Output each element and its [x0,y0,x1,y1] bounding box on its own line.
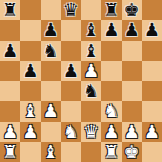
square-c7[interactable]: ♟ [41,20,61,40]
square-c8[interactable] [41,0,61,20]
square-d3[interactable] [61,101,81,121]
square-e2[interactable]: ♛ [81,122,101,142]
square-e5[interactable]: ♟ [81,61,101,81]
white-pawn-piece[interactable]: ♟ [83,61,99,81]
white-bishop-piece[interactable]: ♝ [22,101,38,121]
black-rook-piece[interactable]: ♜ [2,0,18,20]
square-f5[interactable] [101,61,121,81]
square-b1[interactable] [20,142,40,162]
square-h5[interactable] [142,61,162,81]
square-c5[interactable] [41,61,61,81]
square-c1[interactable]: ♝ [41,142,61,162]
square-a2[interactable]: ♟ [0,122,20,142]
white-king-piece[interactable]: ♚ [124,142,140,162]
black-pawn-piece[interactable]: ♟ [2,41,18,61]
black-bishop-piece[interactable]: ♝ [83,41,99,61]
square-a1[interactable]: ♜ [0,142,20,162]
chess-board: ♜♛♜♚♟♝♟♟♟♟♞♝♟♟♟♞♝♟♞♟♟♞♛♟♟♟♜♝♜♚ [0,0,162,162]
square-f1[interactable]: ♜ [101,142,121,162]
square-g3[interactable] [122,101,142,121]
square-c2[interactable] [41,122,61,142]
square-g2[interactable]: ♟ [122,122,142,142]
white-pawn-piece[interactable]: ♟ [124,122,140,142]
square-b8[interactable] [20,0,40,20]
white-queen-piece[interactable]: ♛ [83,122,99,142]
square-h8[interactable] [142,0,162,20]
square-a7[interactable] [0,20,20,40]
black-rook-piece[interactable]: ♜ [103,0,119,20]
square-b5[interactable]: ♟ [20,61,40,81]
black-pawn-piece[interactable]: ♟ [22,61,38,81]
square-f7[interactable]: ♟ [101,20,121,40]
square-g1[interactable]: ♚ [122,142,142,162]
square-a5[interactable] [0,61,20,81]
square-e1[interactable] [81,142,101,162]
square-d7[interactable] [61,20,81,40]
square-h2[interactable]: ♟ [142,122,162,142]
black-bishop-piece[interactable]: ♝ [83,20,99,40]
black-pawn-piece[interactable]: ♟ [144,20,160,40]
black-king-piece[interactable]: ♚ [124,0,140,20]
square-g8[interactable]: ♚ [122,0,142,20]
black-pawn-piece[interactable]: ♟ [43,20,59,40]
white-pawn-piece[interactable]: ♟ [2,122,18,142]
square-b3[interactable]: ♝ [20,101,40,121]
black-knight-piece[interactable]: ♞ [83,81,99,101]
square-b4[interactable] [20,81,40,101]
square-f6[interactable] [101,41,121,61]
square-c6[interactable]: ♞ [41,41,61,61]
black-pawn-piece[interactable]: ♟ [124,20,140,40]
square-h6[interactable] [142,41,162,61]
square-e6[interactable]: ♝ [81,41,101,61]
square-g5[interactable] [122,61,142,81]
square-a3[interactable] [0,101,20,121]
square-h7[interactable]: ♟ [142,20,162,40]
square-a8[interactable]: ♜ [0,0,20,20]
square-h1[interactable] [142,142,162,162]
square-d4[interactable] [61,81,81,101]
square-f2[interactable]: ♟ [101,122,121,142]
white-pawn-piece[interactable]: ♟ [22,122,38,142]
white-pawn-piece[interactable]: ♟ [144,122,160,142]
square-h3[interactable] [142,101,162,121]
square-e7[interactable]: ♝ [81,20,101,40]
white-bishop-piece[interactable]: ♝ [43,142,59,162]
white-rook-piece[interactable]: ♜ [103,142,119,162]
square-c3[interactable]: ♟ [41,101,61,121]
white-pawn-piece[interactable]: ♟ [103,122,119,142]
square-d6[interactable] [61,41,81,61]
square-b7[interactable] [20,20,40,40]
square-b2[interactable]: ♟ [20,122,40,142]
black-knight-piece[interactable]: ♞ [43,41,59,61]
square-f4[interactable] [101,81,121,101]
square-d5[interactable]: ♟ [61,61,81,81]
square-h4[interactable] [142,81,162,101]
square-d8[interactable]: ♛ [61,0,81,20]
square-e4[interactable]: ♞ [81,81,101,101]
white-knight-piece[interactable]: ♞ [103,101,119,121]
black-pawn-piece[interactable]: ♟ [103,20,119,40]
square-g6[interactable] [122,41,142,61]
square-f8[interactable]: ♜ [101,0,121,20]
square-f3[interactable]: ♞ [101,101,121,121]
white-knight-piece[interactable]: ♞ [63,122,79,142]
square-d2[interactable]: ♞ [61,122,81,142]
square-g4[interactable] [122,81,142,101]
black-pawn-piece[interactable]: ♟ [63,61,79,81]
square-b6[interactable] [20,41,40,61]
square-d1[interactable] [61,142,81,162]
square-a6[interactable]: ♟ [0,41,20,61]
white-pawn-piece[interactable]: ♟ [43,101,59,121]
black-queen-piece[interactable]: ♛ [63,0,79,20]
square-e8[interactable] [81,0,101,20]
white-rook-piece[interactable]: ♜ [2,142,18,162]
square-e3[interactable] [81,101,101,121]
square-g7[interactable]: ♟ [122,20,142,40]
square-c4[interactable] [41,81,61,101]
square-a4[interactable] [0,81,20,101]
